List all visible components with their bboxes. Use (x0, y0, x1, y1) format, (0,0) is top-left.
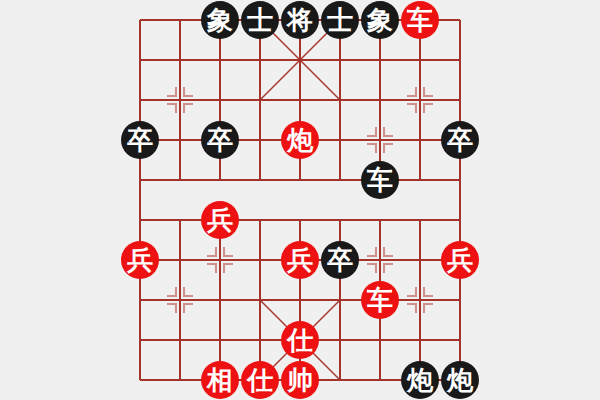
black-cannon[interactable]: 炮 (441, 361, 479, 399)
red-elephant[interactable]: 相 (201, 361, 239, 399)
red-chariot[interactable]: 车 (361, 281, 399, 319)
black-advisor[interactable]: 士 (321, 1, 359, 39)
red-cannon[interactable]: 炮 (281, 121, 319, 159)
black-soldier[interactable]: 卒 (121, 121, 159, 159)
black-elephant[interactable]: 象 (201, 1, 239, 39)
red-advisor[interactable]: 仕 (281, 321, 319, 359)
xiangqi-board: 象士将士象车卒卒炮卒车兵兵兵卒兵车仕相仕帅炮炮 (0, 0, 600, 400)
black-elephant[interactable]: 象 (361, 1, 399, 39)
black-soldier[interactable]: 卒 (441, 121, 479, 159)
red-general[interactable]: 帅 (281, 361, 319, 399)
pieces-layer: 象士将士象车卒卒炮卒车兵兵兵卒兵车仕相仕帅炮炮 (0, 0, 600, 400)
red-soldier[interactable]: 兵 (281, 241, 319, 279)
red-soldier[interactable]: 兵 (201, 201, 239, 239)
red-soldier[interactable]: 兵 (121, 241, 159, 279)
black-advisor[interactable]: 士 (241, 1, 279, 39)
black-chariot[interactable]: 车 (361, 161, 399, 199)
black-general[interactable]: 将 (281, 1, 319, 39)
red-soldier[interactable]: 兵 (441, 241, 479, 279)
black-soldier[interactable]: 卒 (201, 121, 239, 159)
red-chariot[interactable]: 车 (401, 1, 439, 39)
black-cannon[interactable]: 炮 (401, 361, 439, 399)
xiangqi-screenshot: 象士将士象车卒卒炮卒车兵兵兵卒兵车仕相仕帅炮炮 (0, 0, 600, 400)
red-advisor[interactable]: 仕 (241, 361, 279, 399)
black-soldier[interactable]: 卒 (321, 241, 359, 279)
